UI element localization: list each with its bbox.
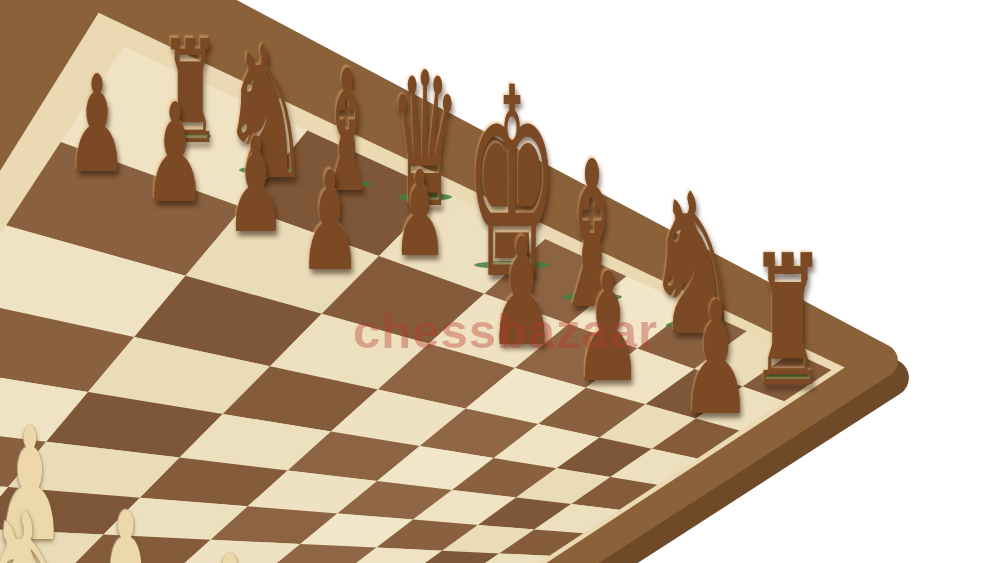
- chess-product-photo: ♜♟♞♝♟♛♟♟♟♚♝♞♟♟♜♟♟♟♞♟ chessbazaar: [0, 0, 1000, 563]
- piece-black-pawn-e7[interactable]: ♟: [393, 155, 447, 273]
- piece-black-pawn-c7[interactable]: ♟: [226, 120, 286, 251]
- piece-black-pawn-f7[interactable]: ♟: [488, 219, 555, 367]
- piece-black-pawn-a7[interactable]: ♟: [67, 58, 128, 192]
- piece-white-pawn-c2[interactable]: ♟: [82, 487, 171, 563]
- piece-black-pawn-g7[interactable]: ♟: [574, 253, 643, 404]
- piece-black-rook-h8[interactable]: ♜: [749, 233, 826, 414]
- piece-white-knight-b1[interactable]: ♞: [0, 482, 91, 563]
- piece-black-pawn-b7[interactable]: ♟: [144, 86, 206, 223]
- piece-white-pawn-d2[interactable]: ♟: [186, 530, 275, 563]
- piece-black-pawn-d7[interactable]: ♟: [299, 154, 361, 291]
- piece-black-pawn-h7[interactable]: ♟: [680, 282, 751, 438]
